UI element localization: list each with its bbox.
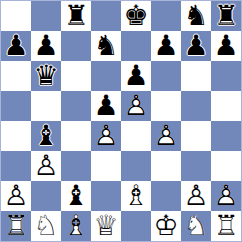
white-pawn-icon: ♟ <box>91 121 121 151</box>
white-rook-outline-icon: ♖ <box>1 211 31 241</box>
square-b6[interactable]: ♛ <box>31 61 61 91</box>
square-g6[interactable] <box>181 61 211 91</box>
white-pawn-outline-icon: ♙ <box>181 181 211 211</box>
square-b5[interactable] <box>31 91 61 121</box>
square-a4[interactable] <box>1 121 31 151</box>
black-knight-icon: ♞ <box>181 1 211 31</box>
black-pawn-icon: ♟ <box>181 31 211 61</box>
square-f5[interactable] <box>151 91 181 121</box>
square-h5[interactable] <box>211 91 241 121</box>
square-g2[interactable]: ♟♙ <box>181 181 211 211</box>
square-h2[interactable]: ♟♙ <box>211 181 241 211</box>
black-bishop-icon: ♝ <box>31 121 61 151</box>
white-queen-icon: ♛ <box>91 211 121 241</box>
square-e3[interactable] <box>121 151 151 181</box>
white-bishop-icon: ♝ <box>61 211 91 241</box>
square-d7[interactable]: ♞ <box>91 31 121 61</box>
square-c4[interactable] <box>61 121 91 151</box>
black-queen-icon: ♛ <box>31 61 61 91</box>
square-a8[interactable] <box>1 1 31 31</box>
square-g7[interactable]: ♟ <box>181 31 211 61</box>
square-e8[interactable]: ♚ <box>121 1 151 31</box>
white-queen-outline-icon: ♕ <box>91 211 121 241</box>
black-pawn-icon: ♟ <box>211 31 241 61</box>
square-h8[interactable]: ♜ <box>211 1 241 31</box>
square-f6[interactable] <box>151 61 181 91</box>
square-h1[interactable]: ♜♖ <box>211 211 241 241</box>
square-g8[interactable]: ♞ <box>181 1 211 31</box>
square-c5[interactable] <box>61 91 91 121</box>
square-f2[interactable] <box>151 181 181 211</box>
white-pawn-outline-icon: ♙ <box>1 181 31 211</box>
white-pawn-icon: ♟ <box>151 121 181 151</box>
square-d8[interactable] <box>91 1 121 31</box>
square-g1[interactable]: ♞♘ <box>181 211 211 241</box>
square-h6[interactable] <box>211 61 241 91</box>
square-e1[interactable] <box>121 211 151 241</box>
white-knight-icon: ♞ <box>181 211 211 241</box>
white-pawn-icon: ♟ <box>211 181 241 211</box>
square-d1[interactable]: ♛♕ <box>91 211 121 241</box>
square-g3[interactable] <box>181 151 211 181</box>
square-g5[interactable] <box>181 91 211 121</box>
white-king-outline-icon: ♔ <box>151 211 181 241</box>
square-f3[interactable] <box>151 151 181 181</box>
white-pawn-outline-icon: ♙ <box>211 181 241 211</box>
white-pawn-outline-icon: ♙ <box>31 151 61 181</box>
square-c1[interactable]: ♝♗ <box>61 211 91 241</box>
square-h7[interactable]: ♟ <box>211 31 241 61</box>
black-knight-icon: ♞ <box>91 31 121 61</box>
white-rook-icon: ♜ <box>1 211 31 241</box>
white-pawn-icon: ♟ <box>1 181 31 211</box>
square-d5[interactable]: ♟ <box>91 91 121 121</box>
white-pawn-icon: ♟ <box>121 91 151 121</box>
square-e4[interactable] <box>121 121 151 151</box>
white-pawn-icon: ♟ <box>181 181 211 211</box>
square-e5[interactable]: ♟♙ <box>121 91 151 121</box>
square-h3[interactable] <box>211 151 241 181</box>
square-a6[interactable] <box>1 61 31 91</box>
square-f4[interactable]: ♟♙ <box>151 121 181 151</box>
black-king-icon: ♚ <box>121 1 151 31</box>
white-pawn-outline-icon: ♙ <box>91 121 121 151</box>
square-b2[interactable] <box>31 181 61 211</box>
square-b3[interactable]: ♟♙ <box>31 151 61 181</box>
chess-board: ♜♚♞♜♟♟♞♟♟♟♛♟♟♟♙♝♟♙♟♙♟♙♟♙♝♝♗♟♙♟♙♜♖♞♘♝♗♛♕♚… <box>0 0 242 242</box>
white-knight-icon: ♞ <box>31 211 61 241</box>
white-pawn-outline-icon: ♙ <box>121 91 151 121</box>
square-d3[interactable] <box>91 151 121 181</box>
white-bishop-icon: ♝ <box>121 181 151 211</box>
black-pawn-icon: ♟ <box>91 91 121 121</box>
square-b7[interactable]: ♟ <box>31 31 61 61</box>
square-a3[interactable] <box>1 151 31 181</box>
black-rook-icon: ♜ <box>61 1 91 31</box>
square-c3[interactable] <box>61 151 91 181</box>
white-bishop-outline-icon: ♗ <box>61 211 91 241</box>
white-bishop-outline-icon: ♗ <box>121 181 151 211</box>
square-f8[interactable] <box>151 1 181 31</box>
white-knight-outline-icon: ♘ <box>181 211 211 241</box>
square-f1[interactable]: ♚♔ <box>151 211 181 241</box>
square-e7[interactable] <box>121 31 151 61</box>
white-pawn-icon: ♟ <box>31 151 61 181</box>
black-pawn-icon: ♟ <box>121 61 151 91</box>
square-c2[interactable]: ♝ <box>61 181 91 211</box>
square-c7[interactable] <box>61 31 91 61</box>
square-a7[interactable]: ♟ <box>1 31 31 61</box>
black-pawn-icon: ♟ <box>31 31 61 61</box>
square-b1[interactable]: ♞♘ <box>31 211 61 241</box>
square-e2[interactable]: ♝♗ <box>121 181 151 211</box>
black-pawn-icon: ♟ <box>1 31 31 61</box>
square-h4[interactable] <box>211 121 241 151</box>
white-rook-icon: ♜ <box>211 211 241 241</box>
black-bishop-icon: ♝ <box>61 181 91 211</box>
square-b8[interactable] <box>31 1 61 31</box>
square-e6[interactable]: ♟ <box>121 61 151 91</box>
square-a2[interactable]: ♟♙ <box>1 181 31 211</box>
white-pawn-outline-icon: ♙ <box>151 121 181 151</box>
square-a1[interactable]: ♜♖ <box>1 211 31 241</box>
white-rook-outline-icon: ♖ <box>211 211 241 241</box>
square-b4[interactable]: ♝ <box>31 121 61 151</box>
square-c6[interactable] <box>61 61 91 91</box>
square-d2[interactable] <box>91 181 121 211</box>
square-g4[interactable] <box>181 121 211 151</box>
square-f7[interactable]: ♟ <box>151 31 181 61</box>
square-d6[interactable] <box>91 61 121 91</box>
black-rook-icon: ♜ <box>211 1 241 31</box>
square-d4[interactable]: ♟♙ <box>91 121 121 151</box>
black-pawn-icon: ♟ <box>151 31 181 61</box>
white-king-icon: ♚ <box>151 211 181 241</box>
white-knight-outline-icon: ♘ <box>31 211 61 241</box>
square-c8[interactable]: ♜ <box>61 1 91 31</box>
square-a5[interactable] <box>1 91 31 121</box>
